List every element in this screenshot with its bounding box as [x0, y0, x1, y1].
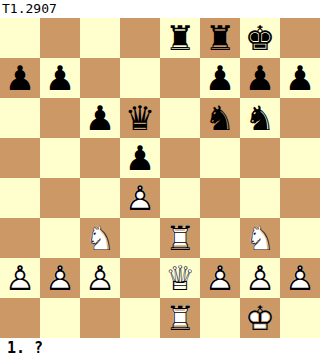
black-pawn[interactable]: ♟ [200, 58, 240, 98]
square-c7[interactable] [80, 58, 120, 98]
square-b7[interactable]: ♟ [40, 58, 80, 98]
white-rook[interactable]: ♜♖ [160, 298, 200, 338]
square-d8[interactable] [120, 18, 160, 58]
piece-outline-glyph: ♙ [240, 258, 280, 298]
square-a8[interactable] [0, 18, 40, 58]
square-b6[interactable] [40, 98, 80, 138]
square-b2[interactable]: ♟♙ [40, 258, 80, 298]
square-e8[interactable]: ♜ [160, 18, 200, 58]
square-f7[interactable]: ♟ [200, 58, 240, 98]
square-f5[interactable] [200, 138, 240, 178]
white-pawn[interactable]: ♟♙ [240, 258, 280, 298]
square-e4[interactable] [160, 178, 200, 218]
square-a7[interactable]: ♟ [0, 58, 40, 98]
square-d1[interactable] [120, 298, 160, 338]
square-g8[interactable]: ♚ [240, 18, 280, 58]
black-pawn[interactable]: ♟ [40, 58, 80, 98]
square-a3[interactable] [0, 218, 40, 258]
square-g4[interactable] [240, 178, 280, 218]
square-c1[interactable] [80, 298, 120, 338]
square-e6[interactable] [160, 98, 200, 138]
square-e3[interactable]: ♜♖ [160, 218, 200, 258]
black-queen[interactable]: ♛ [120, 98, 160, 138]
black-pawn[interactable]: ♟ [120, 138, 160, 178]
square-b3[interactable] [40, 218, 80, 258]
square-g5[interactable] [240, 138, 280, 178]
white-king[interactable]: ♚♔ [240, 298, 280, 338]
square-c2[interactable]: ♟♙ [80, 258, 120, 298]
square-e5[interactable] [160, 138, 200, 178]
square-e1[interactable]: ♜♖ [160, 298, 200, 338]
black-rook[interactable]: ♜ [160, 18, 200, 58]
square-e7[interactable] [160, 58, 200, 98]
square-g3[interactable]: ♞♘ [240, 218, 280, 258]
square-f2[interactable]: ♟♙ [200, 258, 240, 298]
square-h2[interactable]: ♟♙ [280, 258, 320, 298]
white-rook[interactable]: ♜♖ [160, 218, 200, 258]
piece-outline-glyph: ♘ [240, 218, 280, 258]
black-king[interactable]: ♚ [240, 18, 280, 58]
black-knight[interactable]: ♞ [240, 98, 280, 138]
square-h4[interactable] [280, 178, 320, 218]
white-pawn[interactable]: ♟♙ [80, 258, 120, 298]
square-b1[interactable] [40, 298, 80, 338]
chess-board: ♜♜♚♟♟♟♟♟♟♛♞♞♟♟♙♞♘♜♖♞♘♟♙♟♙♟♙♛♕♟♙♟♙♟♙♜♖♚♔ [0, 18, 320, 338]
piece-outline-glyph: ♙ [0, 258, 40, 298]
white-pawn[interactable]: ♟♙ [120, 178, 160, 218]
square-h3[interactable] [280, 218, 320, 258]
chess-diagram-window: T1.2907 ♜♜♚♟♟♟♟♟♟♛♞♞♟♟♙♞♘♜♖♞♘♟♙♟♙♟♙♛♕♟♙♟… [0, 0, 320, 360]
square-d6[interactable]: ♛ [120, 98, 160, 138]
black-pawn[interactable]: ♟ [240, 58, 280, 98]
piece-outline-glyph: ♘ [80, 218, 120, 258]
piece-outline-glyph: ♙ [280, 258, 320, 298]
piece-outline-glyph: ♙ [200, 258, 240, 298]
square-f3[interactable] [200, 218, 240, 258]
square-h8[interactable] [280, 18, 320, 58]
white-knight[interactable]: ♞♘ [240, 218, 280, 258]
piece-outline-glyph: ♔ [240, 298, 280, 338]
square-b4[interactable] [40, 178, 80, 218]
square-a1[interactable] [0, 298, 40, 338]
white-pawn[interactable]: ♟♙ [0, 258, 40, 298]
square-c6[interactable]: ♟ [80, 98, 120, 138]
square-c8[interactable] [80, 18, 120, 58]
square-a5[interactable] [0, 138, 40, 178]
black-pawn[interactable]: ♟ [0, 58, 40, 98]
square-a2[interactable]: ♟♙ [0, 258, 40, 298]
square-g2[interactable]: ♟♙ [240, 258, 280, 298]
square-g6[interactable]: ♞ [240, 98, 280, 138]
white-knight[interactable]: ♞♘ [80, 218, 120, 258]
square-a4[interactable] [0, 178, 40, 218]
black-rook[interactable]: ♜ [200, 18, 240, 58]
square-b8[interactable] [40, 18, 80, 58]
piece-outline-glyph: ♙ [40, 258, 80, 298]
black-pawn[interactable]: ♟ [80, 98, 120, 138]
square-f4[interactable] [200, 178, 240, 218]
square-h1[interactable] [280, 298, 320, 338]
square-b5[interactable] [40, 138, 80, 178]
square-h6[interactable] [280, 98, 320, 138]
piece-outline-glyph: ♕ [160, 258, 200, 298]
square-f8[interactable]: ♜ [200, 18, 240, 58]
square-d2[interactable] [120, 258, 160, 298]
piece-outline-glyph: ♖ [160, 298, 200, 338]
square-d5[interactable]: ♟ [120, 138, 160, 178]
square-d3[interactable] [120, 218, 160, 258]
square-c4[interactable] [80, 178, 120, 218]
piece-outline-glyph: ♙ [80, 258, 120, 298]
white-pawn[interactable]: ♟♙ [280, 258, 320, 298]
white-pawn[interactable]: ♟♙ [40, 258, 80, 298]
square-h7[interactable]: ♟ [280, 58, 320, 98]
move-prompt: 1. ? [0, 338, 320, 360]
square-f1[interactable] [200, 298, 240, 338]
square-d7[interactable] [120, 58, 160, 98]
square-a6[interactable] [0, 98, 40, 138]
white-pawn[interactable]: ♟♙ [200, 258, 240, 298]
square-h5[interactable] [280, 138, 320, 178]
black-pawn[interactable]: ♟ [280, 58, 320, 98]
black-knight[interactable]: ♞ [200, 98, 240, 138]
white-queen[interactable]: ♛♕ [160, 258, 200, 298]
square-g1[interactable]: ♚♔ [240, 298, 280, 338]
piece-outline-glyph: ♙ [120, 178, 160, 218]
square-c5[interactable] [80, 138, 120, 178]
piece-outline-glyph: ♖ [160, 218, 200, 258]
square-e2[interactable]: ♛♕ [160, 258, 200, 298]
puzzle-id: T1.2907 [0, 0, 320, 18]
square-g7[interactable]: ♟ [240, 58, 280, 98]
square-c3[interactable]: ♞♘ [80, 218, 120, 258]
square-d4[interactable]: ♟♙ [120, 178, 160, 218]
square-f6[interactable]: ♞ [200, 98, 240, 138]
